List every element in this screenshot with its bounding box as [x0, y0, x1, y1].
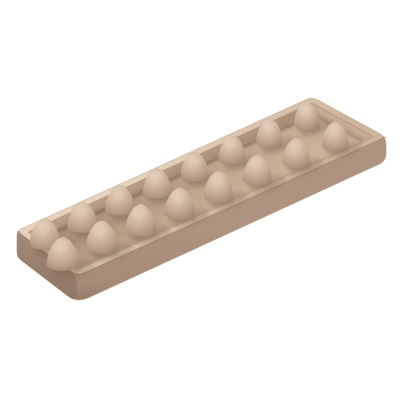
bump-highlight — [54, 239, 68, 254]
bump-highlight — [211, 173, 223, 187]
bump-highlight — [150, 170, 162, 183]
bump-highlight — [300, 103, 311, 115]
tray-render — [0, 0, 400, 400]
bump-highlight — [93, 222, 106, 237]
bump-highlight — [172, 189, 185, 203]
product-render-stage — [0, 0, 400, 400]
bump-highlight — [132, 206, 145, 220]
bump-highlight — [187, 153, 199, 166]
bump-highlight — [112, 186, 124, 200]
bump-highlight — [289, 140, 301, 153]
bump-highlight — [250, 156, 262, 169]
bump-highlight — [37, 220, 50, 234]
tray-svg — [0, 0, 400, 400]
bump-highlight — [262, 120, 273, 132]
bump-highlight — [74, 203, 87, 217]
bump-highlight — [225, 137, 237, 150]
bump-highlight — [328, 123, 339, 135]
